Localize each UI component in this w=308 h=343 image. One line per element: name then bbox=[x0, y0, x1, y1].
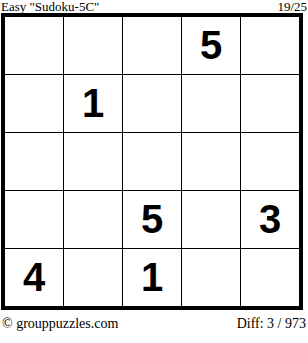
board-row: 5 bbox=[3, 15, 301, 75]
cell-r4c5-given: 3 bbox=[241, 191, 302, 249]
cell-r2c2-given: 1 bbox=[64, 75, 123, 133]
cell-r5c4-empty[interactable] bbox=[182, 249, 241, 309]
difficulty-text: Diff: 3 / 973 bbox=[237, 316, 306, 332]
cell-r3c1-empty[interactable] bbox=[3, 133, 64, 191]
cell-r1c3-empty[interactable] bbox=[123, 15, 182, 75]
cell-r3c3-empty[interactable] bbox=[123, 133, 182, 191]
cell-r5c1-given: 4 bbox=[3, 249, 64, 309]
board-body: 515341 bbox=[3, 15, 301, 308]
cell-r1c4-given: 5 bbox=[182, 15, 241, 75]
copyright-text: © grouppuzzles.com bbox=[2, 316, 118, 332]
footer-bar: © grouppuzzles.com Diff: 3 / 973 bbox=[0, 316, 308, 332]
header-bar: Easy "Sudoku-5C" 19/25 bbox=[0, 0, 308, 13]
cell-r4c4-empty[interactable] bbox=[182, 191, 241, 249]
puzzle-page: Easy "Sudoku-5C" 19/25 515341 © grouppuz… bbox=[0, 0, 308, 343]
cell-r1c2-empty[interactable] bbox=[64, 15, 123, 75]
board-row bbox=[3, 133, 301, 191]
cell-r2c3-empty[interactable] bbox=[123, 75, 182, 133]
cell-r5c3-given: 1 bbox=[123, 249, 182, 309]
cell-r4c1-empty[interactable] bbox=[3, 191, 64, 249]
cell-r3c2-empty[interactable] bbox=[64, 133, 123, 191]
cell-r2c5-empty[interactable] bbox=[241, 75, 302, 133]
puzzle-title: Easy "Sudoku-5C" bbox=[1, 0, 99, 13]
cell-r5c2-empty[interactable] bbox=[64, 249, 123, 309]
cell-r1c1-empty[interactable] bbox=[3, 15, 64, 75]
board-row: 53 bbox=[3, 191, 301, 249]
cell-r3c5-empty[interactable] bbox=[241, 133, 302, 191]
cell-r3c4-empty[interactable] bbox=[182, 133, 241, 191]
cells-counter: 19/25 bbox=[277, 0, 307, 13]
cell-r4c2-empty[interactable] bbox=[64, 191, 123, 249]
board-row: 41 bbox=[3, 249, 301, 309]
cell-r1c5-empty[interactable] bbox=[241, 15, 302, 75]
sudoku-board: 515341 bbox=[1, 13, 303, 310]
cell-r2c4-empty[interactable] bbox=[182, 75, 241, 133]
cell-r5c5-empty[interactable] bbox=[241, 249, 302, 309]
cell-r2c1-empty[interactable] bbox=[3, 75, 64, 133]
board-row: 1 bbox=[3, 75, 301, 133]
cell-r4c3-given: 5 bbox=[123, 191, 182, 249]
